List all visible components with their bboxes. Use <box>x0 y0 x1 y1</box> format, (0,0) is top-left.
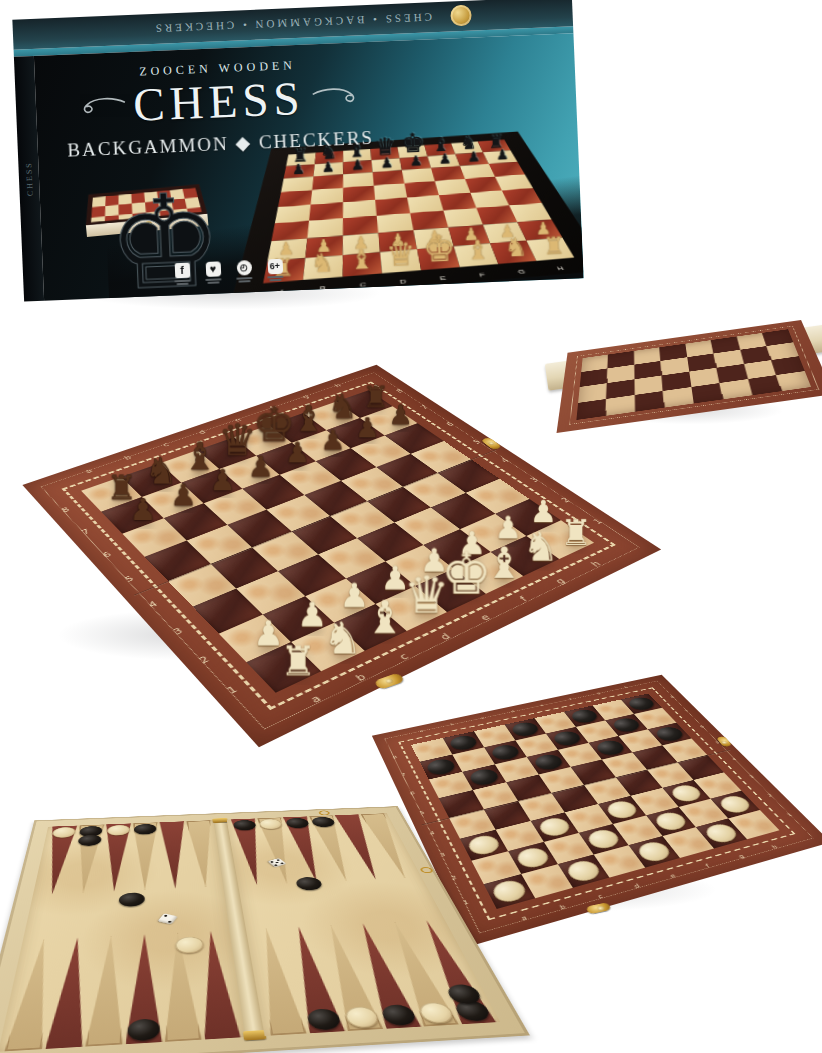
brass-ring-icon <box>419 866 434 873</box>
flourish-left-icon <box>75 94 128 118</box>
piece-white-rook: ♜ <box>271 641 326 681</box>
backgammon-left-half <box>0 820 245 1052</box>
box-art-square: ♟ <box>343 160 372 174</box>
piece-black-pawn: ♟ <box>200 466 245 495</box>
box-front-panel: ♜♞♝♛♚♝♞♜♟♟♟♟♟♟♟♟♟♟♟♟♟♟♟♟♜♞♝♛♚♝♞♜ABCDEFGH… <box>34 33 584 300</box>
box-art-piece-white-bishop: ♝ <box>342 246 382 275</box>
product-photo-stage: CHESS • BACKGAMMON • CHECKERS CHESS ♜♞♝♛… <box>0 0 822 1053</box>
die-pip <box>167 920 171 922</box>
backgammon-right-half <box>227 813 501 1036</box>
box-art-file-label: D <box>383 277 424 285</box>
box-art-square <box>495 174 533 190</box>
box-title: CHESS <box>132 71 305 132</box>
die-pip <box>163 914 167 916</box>
backgammon-field <box>0 813 500 1052</box>
box-art-piece-black-pawn: ♟ <box>283 162 313 177</box>
flourish-right-icon <box>310 84 363 108</box>
box-art-square: ♞ <box>303 255 343 280</box>
box-art-piece-white-king: ♚ <box>419 230 459 268</box>
brass-clasp-icon <box>586 902 612 914</box>
age-6plus-badge: 6+ <box>267 259 283 275</box>
checker-light <box>490 878 529 905</box>
box-art-piece-white-rook: ♜ <box>534 233 573 259</box>
backgammon-checker-dark <box>232 819 256 830</box>
box-art-piece-black-pawn: ♟ <box>372 156 402 171</box>
box-art-piece-black-pawn: ♟ <box>313 160 343 175</box>
box-art-piece-black-pawn: ♟ <box>343 158 373 173</box>
checker-light <box>564 858 603 883</box>
backgammon-board <box>0 806 530 1053</box>
box-art-square: ♚ <box>417 246 460 270</box>
die-pip <box>276 858 280 860</box>
backgammon-checker-dark <box>119 892 145 907</box>
box-art-square: ♝ <box>454 243 498 267</box>
box-art-piece-black-pawn: ♟ <box>459 150 489 165</box>
box-top-edge-text: CHESS • BACKGAMMON • CHECKERS <box>153 11 433 35</box>
box-art-piece-black-pawn: ♟ <box>430 152 460 167</box>
die-pip <box>280 862 284 864</box>
box-art-square <box>278 190 312 207</box>
box-art-square <box>309 202 343 221</box>
box-art-piece-black-pawn: ♟ <box>401 154 431 169</box>
piece-black-pawn: ♟ <box>120 495 166 525</box>
box-art-square <box>374 183 407 200</box>
box-art-square: ♟ <box>371 158 401 172</box>
box-art-board-grid: ♜♞♝♛♚♝♞♜♟♟♟♟♟♟♟♟♟♟♟♟♟♟♟♟♜♞♝♛♚♝♞♜ <box>263 140 574 284</box>
box-art-square <box>311 188 343 205</box>
product-box: CHESS • BACKGAMMON • CHECKERS CHESS ♜♞♝♛… <box>12 0 583 302</box>
box-art-square <box>502 188 542 205</box>
backgammon-point <box>160 821 190 889</box>
box-art-piece-white-knight: ♞ <box>302 250 342 277</box>
backgammon-board-area <box>0 760 476 1053</box>
die-pip <box>270 860 274 862</box>
backgammon-checker-light <box>175 936 204 954</box>
box-art-piece-white-queen: ♛ <box>381 237 421 272</box>
brass-hinge-icon <box>212 818 228 823</box>
spine-title: CHESS <box>24 161 34 196</box>
backgammon-checker-dark <box>295 876 324 890</box>
box-art-piece-white-bishop: ♝ <box>458 237 498 265</box>
gold-seal <box>450 5 472 27</box>
backgammon-point <box>85 935 126 1046</box>
box-art-square <box>275 205 311 224</box>
heart-icon: ♥ <box>205 261 221 277</box>
die-pip <box>275 861 279 863</box>
piece-black-pawn: ♟ <box>161 480 207 510</box>
backgammon-point <box>45 936 93 1048</box>
box-art-square <box>404 181 438 197</box>
brass-ring-icon <box>318 810 330 815</box>
box-art-file-label: E <box>422 274 463 282</box>
die-pip <box>274 864 278 866</box>
backgammon-frame <box>0 806 530 1053</box>
box-art-piece-white-knight: ♞ <box>496 235 536 262</box>
backgammon-checker-light <box>416 1001 456 1023</box>
box-art-square <box>373 170 405 185</box>
clock-icon: ◴ <box>236 260 252 276</box>
box-art-square: ♝ <box>343 252 382 277</box>
piece-black-pawn: ♟ <box>239 453 283 482</box>
box-art-file-label: F <box>462 271 503 279</box>
box-art-square <box>343 185 375 202</box>
die <box>157 913 177 924</box>
box-art-piece-black-pawn: ♟ <box>488 148 518 163</box>
box-art-square: ♛ <box>380 249 421 273</box>
facebook-icon: f <box>174 263 190 279</box>
